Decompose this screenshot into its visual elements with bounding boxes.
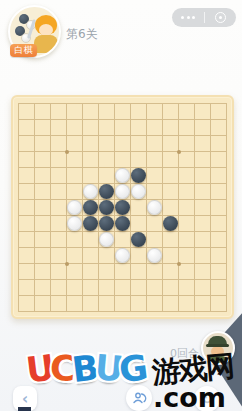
star-point [177,262,181,266]
opponent-character-hat-brim [206,344,229,347]
bottom-edge-artifact [18,407,31,411]
level-label: 第6关 [66,26,98,43]
star-point [177,150,181,154]
gomoku-board[interactable] [11,95,234,319]
board-grid[interactable] [18,103,227,312]
miniprogram-capsule [172,8,236,27]
app-screen: 白棋 第6关 0回合 ‹ ↻ UCBUG 游戏网 .com [0,0,242,411]
white-stone [115,168,130,183]
avatar-character-body [34,35,58,53]
watermark-ucbug: UCBUG [26,348,144,388]
black-stone [99,184,114,199]
white-stone [83,184,98,199]
opponent-avatar[interactable] [201,331,235,365]
black-stone [83,216,98,231]
white-stone [67,216,82,231]
black-stone [115,200,130,215]
watermark-letter: U [93,347,121,389]
watermark-letter: C [49,347,74,389]
black-stone [163,216,178,231]
opponent-character-body [209,356,226,365]
black-stone [115,216,130,231]
white-stone [131,184,146,199]
watermark-letter: B [70,348,97,390]
watermark-letter: G [117,348,146,391]
white-stone [147,200,162,215]
white-stone [67,200,82,215]
black-stone [83,200,98,215]
player-side-badge: 白棋 [10,44,37,57]
more-icon[interactable] [172,16,204,19]
round-counter: 0回合 [155,346,199,361]
black-stone [99,216,114,231]
chevron-left-icon: ‹ [22,390,28,408]
watermark-letter: U [24,348,53,391]
white-stone [115,184,130,199]
star-point [65,150,69,154]
person-arrow-icon [131,390,147,406]
white-stone [147,248,162,263]
white-stone [115,248,130,263]
black-stone [131,168,146,183]
undo-button[interactable] [126,385,152,411]
black-stone [99,200,114,215]
white-stone [99,232,114,247]
star-point [65,262,69,266]
black-stone [131,232,146,247]
close-circle-icon[interactable] [205,12,236,23]
restart-arrow-icon: ↻ [201,390,214,408]
restart-button[interactable]: ↻ [194,386,220,411]
